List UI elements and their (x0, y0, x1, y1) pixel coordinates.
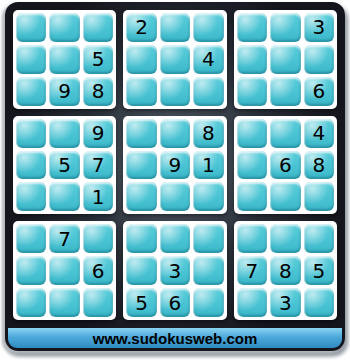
cell-r5c1[interactable] (16, 151, 46, 180)
cell-r6c6[interactable] (193, 182, 223, 211)
cell-r9c5[interactable]: 6 (160, 288, 190, 317)
cell-r3c6[interactable] (193, 77, 223, 106)
cell-r6c4[interactable] (126, 182, 156, 211)
cell-r1c6[interactable] (193, 13, 223, 42)
cell-r5c4[interactable] (126, 151, 156, 180)
sudoku-box-2: 24 (123, 10, 226, 109)
cell-r7c2[interactable]: 7 (49, 224, 79, 253)
cell-r8c2[interactable] (49, 256, 79, 285)
cell-r5c7[interactable] (237, 151, 267, 180)
sudoku-box-4: 9571 (13, 116, 116, 215)
cell-r2c1[interactable] (16, 45, 46, 74)
cell-r9c4[interactable]: 5 (126, 288, 156, 317)
sudoku-box-8: 356 (123, 221, 226, 320)
cell-r3c3[interactable]: 8 (83, 77, 113, 106)
cell-r5c2[interactable]: 5 (49, 151, 79, 180)
cell-r6c9[interactable] (304, 182, 334, 211)
cell-r4c9[interactable]: 4 (304, 119, 334, 148)
sudoku-box-3: 36 (234, 10, 337, 109)
cell-r4c4[interactable] (126, 119, 156, 148)
cell-r9c6[interactable] (193, 288, 223, 317)
cell-r7c7[interactable] (237, 224, 267, 253)
cell-r6c8[interactable] (270, 182, 300, 211)
cell-r4c2[interactable] (49, 119, 79, 148)
cell-r1c2[interactable] (49, 13, 79, 42)
cell-r9c8[interactable]: 3 (270, 288, 300, 317)
cell-r9c9[interactable] (304, 288, 334, 317)
cell-r4c8[interactable] (270, 119, 300, 148)
cell-r5c5[interactable]: 9 (160, 151, 190, 180)
cell-r2c5[interactable] (160, 45, 190, 74)
cell-r2c8[interactable] (270, 45, 300, 74)
cell-r1c9[interactable]: 3 (304, 13, 334, 42)
cell-r3c4[interactable] (126, 77, 156, 106)
cell-r7c1[interactable] (16, 224, 46, 253)
cell-r3c7[interactable] (237, 77, 267, 106)
cell-r2c4[interactable] (126, 45, 156, 74)
sudoku-box-1: 598 (13, 10, 116, 109)
website-link[interactable]: www.sudokusweb.com (93, 330, 257, 347)
cell-r8c8[interactable]: 8 (270, 256, 300, 285)
cell-r3c1[interactable] (16, 77, 46, 106)
sudoku-box-6: 468 (234, 116, 337, 215)
cell-r1c3[interactable] (83, 13, 113, 42)
cell-r6c3[interactable]: 1 (83, 182, 113, 211)
cell-r2c6[interactable]: 4 (193, 45, 223, 74)
cell-r4c5[interactable] (160, 119, 190, 148)
cell-r6c5[interactable] (160, 182, 190, 211)
cell-r4c1[interactable] (16, 119, 46, 148)
cell-r2c7[interactable] (237, 45, 267, 74)
cell-r7c5[interactable] (160, 224, 190, 253)
footer: www.sudokusweb.com (8, 328, 342, 348)
cell-r7c9[interactable] (304, 224, 334, 253)
cell-r8c1[interactable] (16, 256, 46, 285)
cell-r7c6[interactable] (193, 224, 223, 253)
cell-r3c8[interactable] (270, 77, 300, 106)
cell-r9c1[interactable] (16, 288, 46, 317)
cell-r8c4[interactable] (126, 256, 156, 285)
cell-r4c3[interactable]: 9 (83, 119, 113, 148)
cell-r6c2[interactable] (49, 182, 79, 211)
cell-r7c4[interactable] (126, 224, 156, 253)
cell-r3c5[interactable] (160, 77, 190, 106)
sudoku-box-9: 7853 (234, 221, 337, 320)
cell-r2c2[interactable] (49, 45, 79, 74)
cell-r8c7[interactable]: 7 (237, 256, 267, 285)
sudoku-board: 59824369571891468763567853 www.sudokuswe… (5, 2, 345, 351)
cell-r6c1[interactable] (16, 182, 46, 211)
cell-r5c8[interactable]: 6 (270, 151, 300, 180)
cell-r5c6[interactable]: 1 (193, 151, 223, 180)
cell-r1c7[interactable] (237, 13, 267, 42)
cell-r8c5[interactable]: 3 (160, 256, 190, 285)
cell-r7c3[interactable] (83, 224, 113, 253)
sudoku-grid: 59824369571891468763567853 (5, 2, 345, 328)
sudoku-box-5: 891 (123, 116, 226, 215)
cell-r1c1[interactable] (16, 13, 46, 42)
cell-r9c2[interactable] (49, 288, 79, 317)
cell-r1c5[interactable] (160, 13, 190, 42)
cell-r3c2[interactable]: 9 (49, 77, 79, 106)
cell-r3c9[interactable]: 6 (304, 77, 334, 106)
cell-r5c9[interactable]: 8 (304, 151, 334, 180)
cell-r6c7[interactable] (237, 182, 267, 211)
cell-r1c4[interactable]: 2 (126, 13, 156, 42)
cell-r8c3[interactable]: 6 (83, 256, 113, 285)
cell-r2c3[interactable]: 5 (83, 45, 113, 74)
cell-r8c9[interactable]: 5 (304, 256, 334, 285)
cell-r9c3[interactable] (83, 288, 113, 317)
cell-r5c3[interactable]: 7 (83, 151, 113, 180)
cell-r9c7[interactable] (237, 288, 267, 317)
cell-r8c6[interactable] (193, 256, 223, 285)
cell-r1c8[interactable] (270, 13, 300, 42)
sudoku-box-7: 76 (13, 221, 116, 320)
cell-r4c7[interactable] (237, 119, 267, 148)
cell-r4c6[interactable]: 8 (193, 119, 223, 148)
cell-r2c9[interactable] (304, 45, 334, 74)
cell-r7c8[interactable] (270, 224, 300, 253)
